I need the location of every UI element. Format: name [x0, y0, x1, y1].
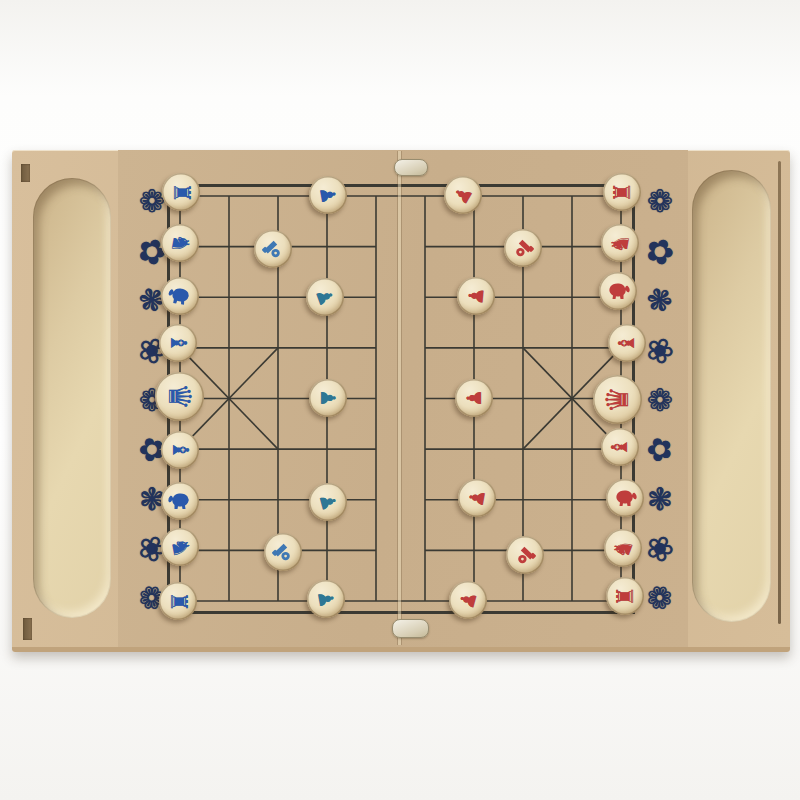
elephant-icon [167, 491, 193, 511]
rook-glyph: ♜ [170, 182, 193, 203]
elephant-icon [605, 281, 631, 301]
advisor-glyph: ♝ [609, 437, 631, 457]
piece-blue-knight[interactable]: ♞ [161, 224, 199, 262]
piece-blue-pawn[interactable]: ♟ [309, 483, 347, 521]
piece-blue-knight[interactable]: ♞ [161, 528, 199, 566]
piece-blue-pawn[interactable]: ♟ [309, 379, 347, 417]
elephant-glyph [165, 284, 194, 308]
elephant-icon [612, 488, 638, 508]
pawn-glyph: ♟ [318, 389, 338, 407]
king-glyph: ♛ [602, 386, 633, 414]
piece-blue-cannon[interactable] [264, 533, 302, 571]
edge-notch-top [21, 164, 30, 182]
piece-blue-rook[interactable]: ♜ [159, 582, 197, 620]
pawn-glyph: ♟ [316, 491, 340, 514]
knight-glyph: ♞ [167, 231, 193, 255]
elephant-icon [165, 284, 194, 308]
cannon-glyph [261, 239, 285, 259]
piece-red-pawn[interactable]: ♟ [449, 581, 487, 619]
piece-blue-pawn[interactable]: ♟ [307, 580, 345, 618]
edge-groove-right [778, 161, 781, 624]
piece-red-knight[interactable]: ♞ [604, 529, 642, 567]
elephant-glyph [612, 488, 638, 508]
piece-red-cannon[interactable] [504, 229, 542, 267]
pawn-glyph: ♟ [450, 182, 476, 208]
pawn-glyph: ♟ [313, 285, 338, 309]
piece-red-pawn[interactable]: ♟ [458, 479, 496, 517]
cannon-icon [511, 238, 535, 258]
knight-glyph: ♞ [167, 535, 193, 559]
pawn-glyph: ♟ [466, 487, 489, 508]
photo-background: ❁✿❃❀❁✿❃❀❁ ❁✿❃❀❁✿❃❀❁ ♜♞♝♛♝♞♜♟♟♟♟♟♜♞♝♛♝♞♜♟… [0, 0, 800, 800]
pawn-glyph: ♟ [465, 286, 486, 306]
piece-blue-pawn[interactable]: ♟ [306, 278, 344, 316]
piece-red-pawn[interactable]: ♟ [457, 277, 495, 315]
rook-glyph: ♜ [614, 586, 637, 607]
cannon-glyph [271, 542, 295, 562]
latch-icon-top [394, 159, 428, 176]
piece-red-elephant[interactable] [606, 479, 644, 517]
piece-blue-advisor[interactable]: ♝ [161, 431, 199, 469]
piece-red-rook[interactable]: ♜ [606, 577, 644, 615]
cannon-glyph [513, 545, 537, 565]
piece-red-elephant[interactable] [599, 272, 637, 310]
pawn-glyph: ♟ [464, 389, 484, 407]
rook-glyph: ♜ [167, 591, 190, 612]
pawn-glyph: ♟ [456, 589, 480, 612]
piece-red-knight[interactable]: ♞ [601, 224, 639, 262]
piece-blue-pawn[interactable]: ♟ [309, 176, 347, 214]
advisor-glyph: ♝ [167, 333, 189, 353]
king-glyph: ♛ [164, 383, 195, 411]
piece-red-pawn[interactable]: ♟ [455, 379, 493, 417]
piece-red-king[interactable]: ♛ [593, 375, 642, 424]
piece-blue-cannon[interactable] [254, 230, 292, 268]
piece-red-pawn[interactable]: ♟ [444, 176, 482, 214]
cannon-glyph [511, 238, 535, 258]
edge-notch-bottom [23, 618, 32, 640]
piece-blue-advisor[interactable]: ♝ [159, 324, 197, 362]
knight-glyph: ♞ [607, 231, 633, 255]
latch-icon-bottom [392, 619, 429, 638]
rook-glyph: ♜ [611, 182, 634, 203]
piece-blue-elephant[interactable] [161, 482, 199, 520]
cannon-icon [271, 542, 295, 562]
elephant-glyph [167, 491, 193, 511]
pawn-glyph: ♟ [317, 184, 340, 205]
piece-red-advisor[interactable]: ♝ [608, 324, 646, 362]
box-fold-seam [398, 151, 401, 645]
advisor-glyph: ♝ [616, 333, 638, 353]
piece-red-advisor[interactable]: ♝ [601, 428, 639, 466]
pawn-glyph: ♟ [315, 588, 338, 609]
elephant-glyph [605, 281, 631, 301]
cannon-icon [261, 239, 285, 259]
piece-red-cannon[interactable] [506, 536, 544, 574]
cannon-icon [513, 545, 537, 565]
knight-glyph: ♞ [609, 534, 638, 561]
advisor-glyph: ♝ [169, 440, 191, 460]
piece-blue-king[interactable]: ♛ [155, 372, 204, 421]
piece-blue-elephant[interactable] [161, 277, 199, 315]
piece-blue-rook[interactable]: ♜ [162, 173, 200, 211]
piece-red-rook[interactable]: ♜ [603, 173, 641, 211]
